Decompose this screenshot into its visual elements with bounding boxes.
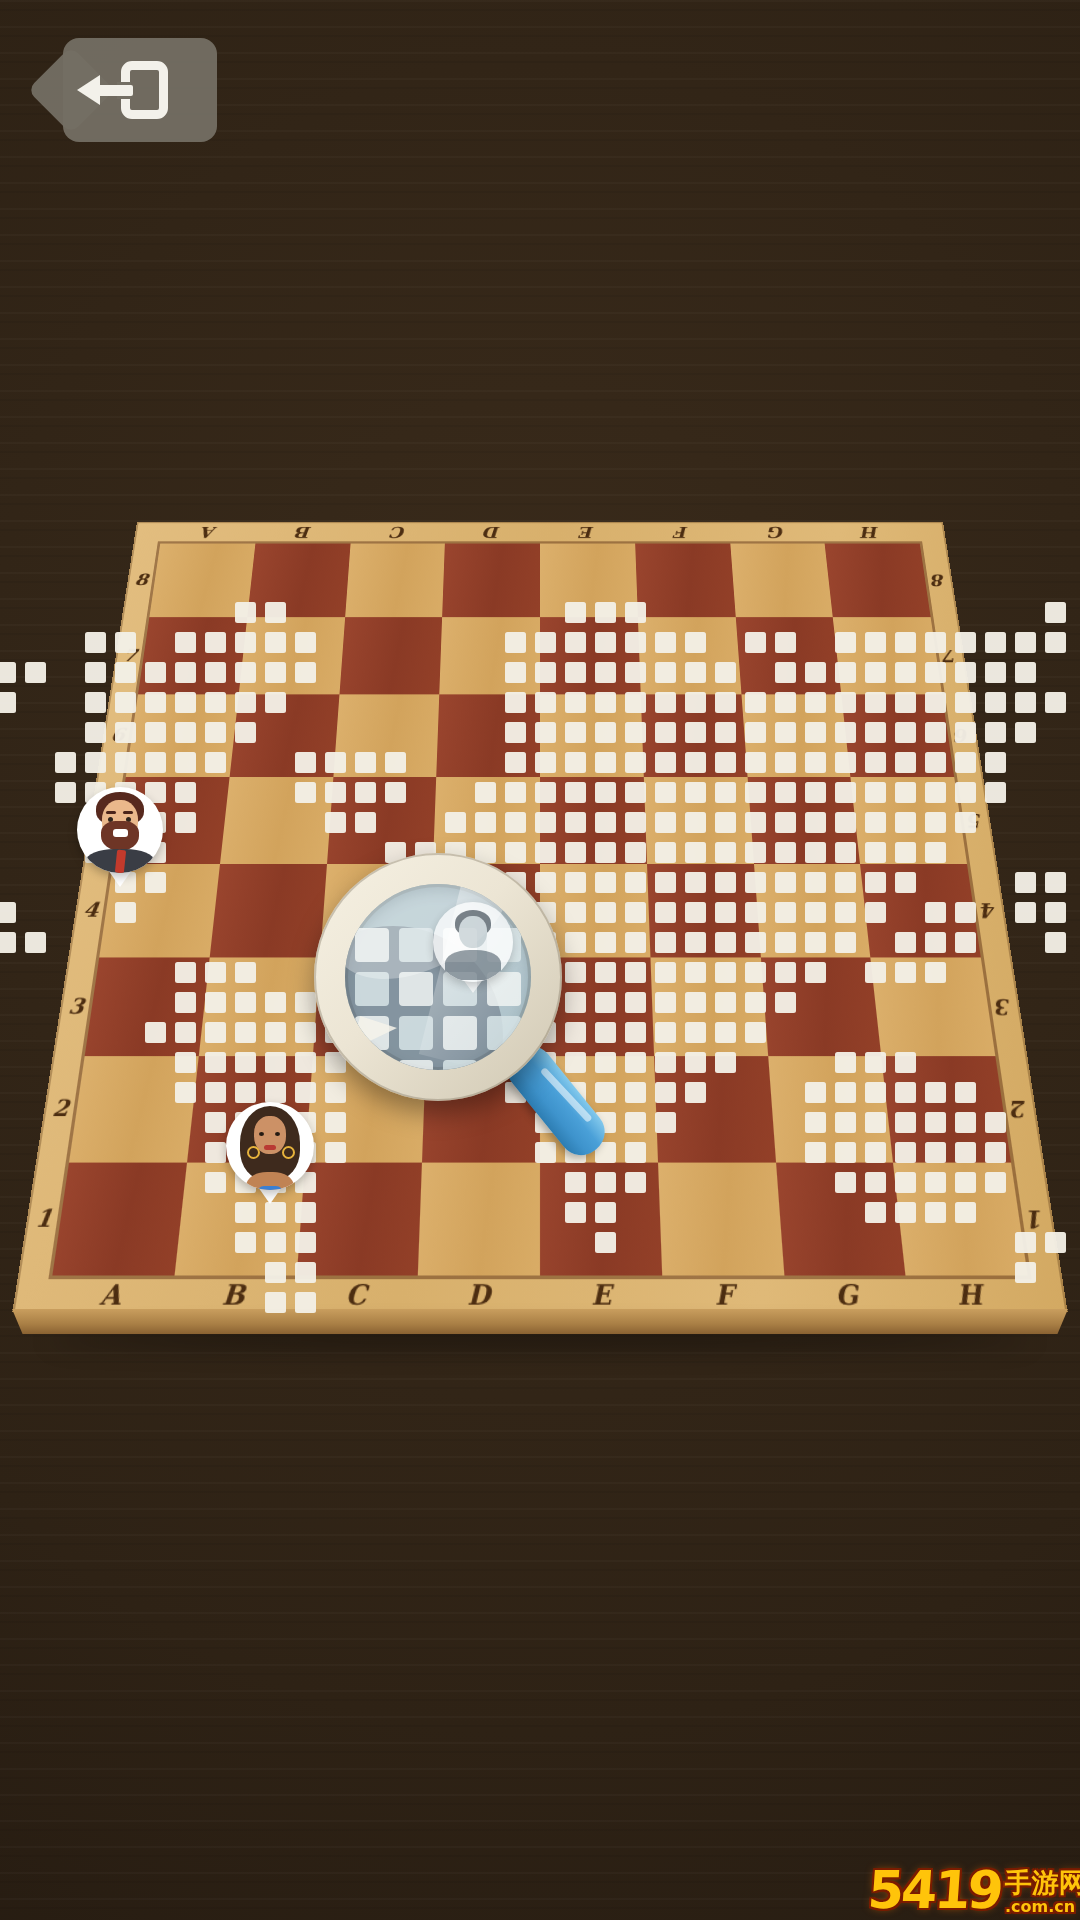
map-dot <box>985 782 1006 803</box>
coord-label: D <box>445 522 540 544</box>
square-h1 <box>893 1162 1027 1275</box>
back-button[interactable] <box>37 38 217 142</box>
square-e6 <box>540 694 644 776</box>
magnifier-lens <box>345 884 531 1070</box>
square-e8 <box>540 544 638 617</box>
magnified-map-dot <box>487 1060 521 1070</box>
watermark-domain: .com.cn <box>1005 1900 1080 1914</box>
square-e7 <box>540 617 641 695</box>
square-f1 <box>658 1162 784 1275</box>
avatar-male-portrait <box>77 787 163 873</box>
map-dot <box>25 662 46 683</box>
map-dot <box>0 692 16 713</box>
square-d5 <box>433 777 540 864</box>
square-h5 <box>851 777 967 864</box>
player-avatar-male <box>77 787 163 891</box>
map-dot <box>985 692 1006 713</box>
searched-player-ghost <box>433 902 513 994</box>
coord-label: B <box>255 522 352 544</box>
square-c1 <box>296 1162 422 1275</box>
square-f8 <box>635 544 735 617</box>
square-h8 <box>825 544 931 617</box>
watermark: 5419 手游网 .com.cn <box>868 1867 1080 1914</box>
square-a8 <box>149 544 255 617</box>
opponent-search-screen: ABCDEFGH ABCDEFGH 87654321 87654321 <box>0 0 1080 1920</box>
coord-label: B <box>170 1275 296 1312</box>
board-front-edge <box>12 1309 1068 1334</box>
exit-arrow-icon <box>97 85 133 96</box>
player-avatar-female <box>226 1102 314 1208</box>
map-dot <box>1015 722 1036 743</box>
map-dot <box>55 752 76 773</box>
square-g8 <box>730 544 833 617</box>
file-labels-top: ABCDEFGH <box>160 522 920 544</box>
square-g7 <box>735 617 841 695</box>
coord-label: H <box>822 522 919 544</box>
map-dot <box>1015 872 1036 893</box>
square-e1 <box>540 1162 662 1275</box>
map-dot <box>85 632 106 653</box>
coord-label: H <box>906 1275 1033 1312</box>
magnifier <box>314 853 562 1101</box>
coord-label: D <box>417 1275 540 1312</box>
map-dot <box>55 782 76 803</box>
square-a7 <box>138 617 247 695</box>
watermark-number: 5419 <box>867 1867 1003 1914</box>
square-d6 <box>436 694 540 776</box>
map-dot <box>1045 902 1066 923</box>
map-dot <box>985 662 1006 683</box>
square-d8 <box>442 544 540 617</box>
coord-label: G <box>784 1275 910 1312</box>
square-a1 <box>52 1162 186 1275</box>
coord-label: E <box>540 522 635 544</box>
square-c8 <box>345 544 445 617</box>
square-c7 <box>339 617 442 695</box>
square-f2 <box>654 1056 776 1162</box>
map-dot <box>1015 632 1036 653</box>
square-b4 <box>209 864 326 957</box>
map-dot <box>0 662 16 683</box>
coord-label: A <box>47 1275 174 1312</box>
square-d7 <box>439 617 540 695</box>
watermark-site: 手游网 <box>1005 1871 1080 1895</box>
map-dot <box>1045 932 1066 953</box>
avatar-female-portrait <box>226 1102 314 1190</box>
square-g3 <box>760 957 881 1056</box>
square-g2 <box>768 1056 894 1162</box>
square-f5 <box>644 777 754 864</box>
map-dot <box>85 692 106 713</box>
magnified-map-dot <box>399 1060 433 1070</box>
map-dot <box>1015 902 1036 923</box>
square-a3 <box>85 957 210 1056</box>
square-b3 <box>199 957 320 1056</box>
square-h6 <box>842 694 955 776</box>
square-g5 <box>747 777 860 864</box>
map-dot <box>1045 692 1066 713</box>
square-b6 <box>229 694 339 776</box>
square-b8 <box>247 544 350 617</box>
map-dot <box>1045 602 1066 623</box>
coord-label: A <box>160 522 257 544</box>
map-dot <box>25 932 46 953</box>
map-dot <box>1015 692 1036 713</box>
square-a2 <box>69 1056 198 1162</box>
square-d1 <box>418 1162 540 1275</box>
square-f7 <box>638 617 741 695</box>
square-h7 <box>833 617 942 695</box>
file-labels-bottom: ABCDEFGH <box>47 1275 1033 1312</box>
map-dot <box>985 722 1006 743</box>
square-c6 <box>333 694 440 776</box>
square-h3 <box>871 957 996 1056</box>
coord-label: C <box>293 1275 418 1312</box>
square-g6 <box>741 694 851 776</box>
square-e5 <box>540 777 647 864</box>
map-dot <box>1045 872 1066 893</box>
square-h2 <box>881 1056 1010 1162</box>
map-dot <box>1015 662 1036 683</box>
coord-label: E <box>540 1275 663 1312</box>
square-f3 <box>650 957 767 1056</box>
coord-label: F <box>634 522 730 544</box>
square-a6 <box>126 694 239 776</box>
map-dot <box>0 932 16 953</box>
square-g1 <box>775 1162 905 1275</box>
coord-label: G <box>728 522 825 544</box>
map-dot <box>985 632 1006 653</box>
exit-arrow-head <box>77 75 100 105</box>
square-g4 <box>754 864 871 957</box>
map-dot <box>985 752 1006 773</box>
coord-label: C <box>350 522 446 544</box>
map-dot <box>0 902 16 923</box>
magnified-map-dot <box>355 1060 389 1070</box>
map-dot <box>85 662 106 683</box>
square-b7 <box>238 617 344 695</box>
square-c5 <box>327 777 437 864</box>
square-f6 <box>641 694 748 776</box>
square-h4 <box>860 864 980 957</box>
square-b5 <box>220 777 333 864</box>
square-f4 <box>647 864 761 957</box>
map-dot <box>1045 632 1066 653</box>
coord-label: F <box>662 1275 787 1312</box>
